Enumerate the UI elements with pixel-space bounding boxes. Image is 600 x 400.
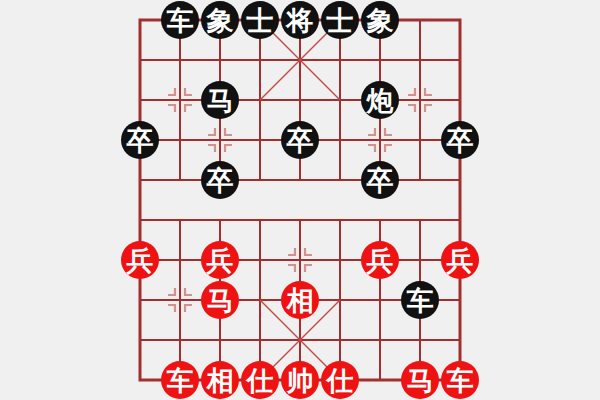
piece-red-chariot[interactable]: 车: [161, 361, 199, 399]
piece-red-soldier[interactable]: 兵: [201, 241, 239, 279]
piece-red-general[interactable]: 帅: [281, 361, 319, 399]
xiangqi-board: 车象士将士象马炮卒卒卒卒卒车兵兵兵兵马相车相仕帅仕马车: [0, 0, 600, 400]
piece-red-soldier[interactable]: 兵: [121, 241, 159, 279]
piece-red-horse[interactable]: 马: [201, 281, 239, 319]
piece-black-soldier[interactable]: 卒: [281, 121, 319, 159]
piece-red-advisor[interactable]: 仕: [321, 361, 359, 399]
piece-black-elephant[interactable]: 象: [361, 1, 399, 39]
piece-black-advisor[interactable]: 士: [241, 1, 279, 39]
piece-red-chariot[interactable]: 车: [441, 361, 479, 399]
piece-black-soldier[interactable]: 卒: [121, 121, 159, 159]
piece-red-horse[interactable]: 马: [401, 361, 439, 399]
piece-red-soldier[interactable]: 兵: [441, 241, 479, 279]
piece-black-general[interactable]: 将: [281, 1, 319, 39]
piece-black-soldier[interactable]: 卒: [361, 161, 399, 199]
piece-black-soldier[interactable]: 卒: [441, 121, 479, 159]
piece-red-advisor[interactable]: 仕: [241, 361, 279, 399]
piece-black-advisor[interactable]: 士: [321, 1, 359, 39]
piece-red-elephant[interactable]: 相: [201, 361, 239, 399]
pieces-layer: 车象士将士象马炮卒卒卒卒卒车兵兵兵兵马相车相仕帅仕马车: [120, 0, 480, 400]
piece-black-elephant[interactable]: 象: [201, 1, 239, 39]
piece-red-soldier[interactable]: 兵: [361, 241, 399, 279]
piece-black-chariot[interactable]: 车: [401, 281, 439, 319]
piece-red-elephant[interactable]: 相: [281, 281, 319, 319]
piece-black-chariot[interactable]: 车: [161, 1, 199, 39]
piece-black-soldier[interactable]: 卒: [201, 161, 239, 199]
piece-black-horse[interactable]: 马: [201, 81, 239, 119]
piece-black-cannon[interactable]: 炮: [361, 81, 399, 119]
